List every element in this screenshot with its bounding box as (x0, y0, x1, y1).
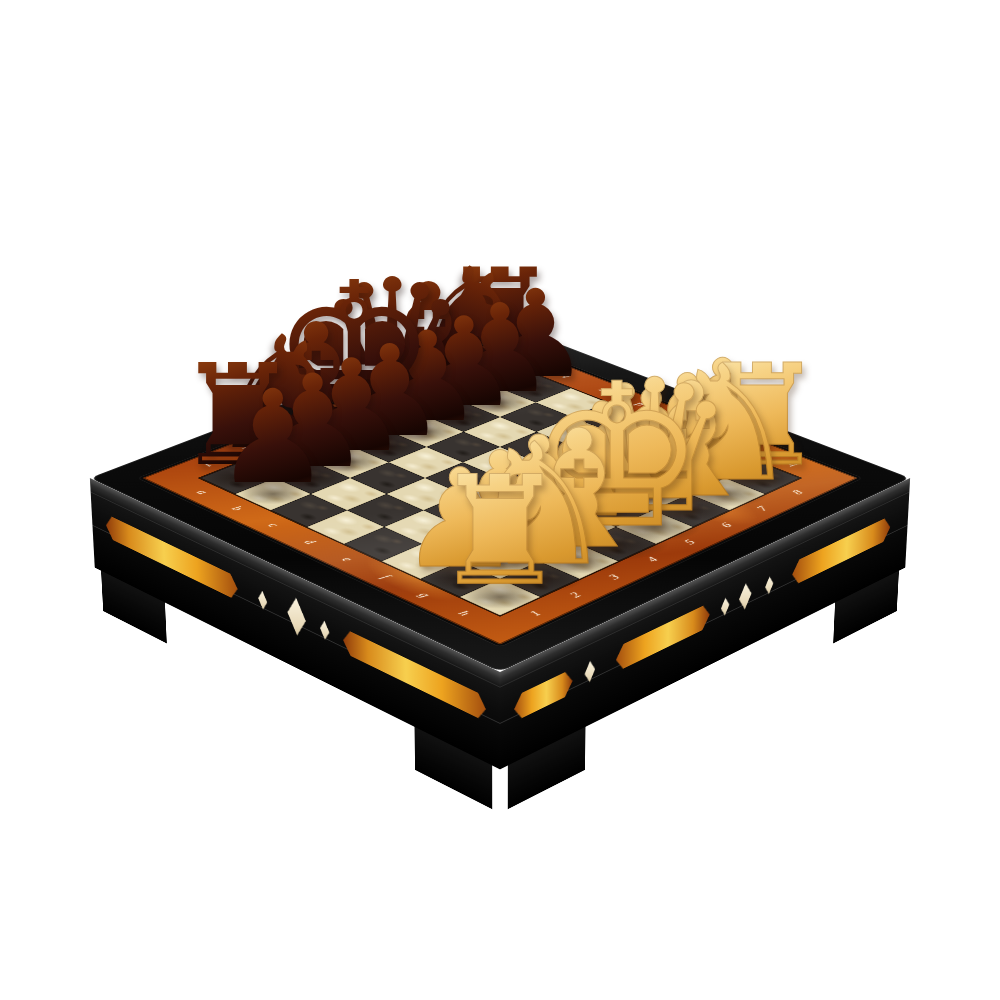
coordinate-label: d (297, 537, 322, 548)
board-square[interactable] (461, 544, 540, 579)
coordinate-label: 6 (715, 520, 740, 531)
board-square[interactable] (386, 478, 462, 510)
board-square[interactable] (460, 579, 540, 615)
board-square[interactable] (384, 510, 461, 544)
board-square[interactable] (653, 494, 729, 527)
coordinate-label: 4 (640, 554, 665, 565)
board-square[interactable] (539, 510, 616, 544)
bracket-foot (833, 571, 899, 644)
coordinate-label: a (190, 487, 214, 497)
board-square[interactable] (271, 494, 347, 527)
board-square[interactable] (614, 478, 690, 510)
board-square[interactable] (538, 478, 614, 510)
board-square[interactable] (307, 510, 384, 544)
coordinate-label: e (334, 554, 359, 565)
amber-chess-set-photo: aa88bb77cc66dd55ee44ff33gg22hh11 ♜♟♞♟♝♟♛… (0, 0, 1000, 1000)
coordinate-label: 3 (602, 571, 628, 582)
coordinate-label: c (261, 520, 286, 531)
board-square[interactable] (422, 527, 500, 561)
coordinate-label: h (451, 607, 477, 619)
board-square[interactable] (576, 494, 652, 527)
board-square[interactable] (539, 544, 618, 579)
board-square[interactable] (689, 478, 765, 510)
coordinate-label: g (411, 589, 437, 601)
amber-strip-inlay (792, 515, 891, 586)
board-square[interactable] (344, 527, 422, 561)
board-square[interactable] (382, 544, 461, 579)
board-square[interactable] (420, 561, 500, 597)
board-square[interactable] (500, 561, 580, 597)
bracket-foot (101, 571, 167, 644)
coordinate-label: 8 (786, 487, 810, 497)
ivory-diamond-inlay (739, 580, 752, 612)
coordinate-label: 2 (563, 589, 589, 601)
board-square[interactable] (462, 478, 538, 510)
coordinate-label: b (225, 503, 250, 514)
board-square[interactable] (347, 494, 423, 527)
board-square[interactable] (235, 478, 311, 510)
coordinate-label: 7 (751, 503, 776, 514)
board-square[interactable] (311, 478, 387, 510)
board-square[interactable] (424, 494, 500, 527)
board-square[interactable] (461, 510, 538, 544)
coordinate-label: 1 (523, 607, 549, 619)
bracket-foot (415, 727, 493, 810)
board-square[interactable] (500, 494, 576, 527)
coordinate-label: 5 (678, 537, 703, 548)
ivory-diamond-inlay (287, 593, 306, 639)
bracket-foot (508, 727, 586, 810)
amber-strip-inlay (616, 602, 710, 672)
board-square[interactable] (500, 527, 578, 561)
board-square[interactable] (578, 527, 656, 561)
coordinate-label: f (372, 571, 398, 582)
board-square[interactable] (616, 510, 693, 544)
